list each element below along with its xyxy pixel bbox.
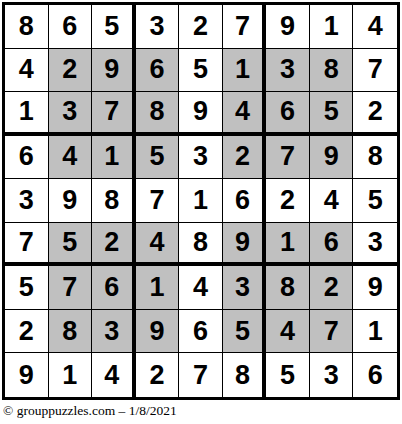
cell-r4c9: 8 (353, 136, 397, 180)
cell-r6c2: 5 (49, 223, 93, 267)
cell-r5c9: 5 (353, 179, 397, 223)
cell-r4c1: 6 (5, 136, 49, 180)
cell-r9c9: 6 (353, 353, 397, 397)
cell-r1c7: 9 (266, 5, 310, 49)
cell-r8c4: 9 (136, 310, 180, 354)
cell-r7c4: 1 (136, 266, 180, 310)
cell-r7c6: 3 (223, 266, 267, 310)
cell-r1c3: 5 (92, 5, 136, 49)
cell-r7c1: 5 (5, 266, 49, 310)
cell-r9c3: 4 (92, 353, 136, 397)
cell-r4c3: 1 (92, 136, 136, 180)
sudoku-page: 8653279144296513871378946526415327983987… (0, 0, 402, 424)
cell-r6c7: 1 (266, 223, 310, 267)
cell-r2c9: 7 (353, 49, 397, 93)
cell-r3c2: 3 (49, 92, 93, 136)
cell-r8c7: 4 (266, 310, 310, 354)
cell-r9c1: 9 (5, 353, 49, 397)
cell-r6c9: 3 (353, 223, 397, 267)
cell-r3c4: 8 (136, 92, 180, 136)
cell-r2c3: 9 (92, 49, 136, 93)
cell-r4c4: 5 (136, 136, 180, 180)
cell-r1c4: 3 (136, 5, 180, 49)
cell-r9c8: 3 (310, 353, 354, 397)
cell-r5c8: 4 (310, 179, 354, 223)
cell-r6c5: 8 (179, 223, 223, 267)
cell-r1c6: 7 (223, 5, 267, 49)
copyright-footer: © grouppuzzles.com – 1/8/2021 (3, 403, 399, 419)
cell-r2c6: 1 (223, 49, 267, 93)
copyright-text: © grouppuzzles.com – 1/8/2021 (3, 403, 177, 418)
cell-r7c9: 9 (353, 266, 397, 310)
cell-r9c5: 7 (179, 353, 223, 397)
cell-r4c8: 9 (310, 136, 354, 180)
cell-r1c1: 8 (5, 5, 49, 49)
cell-r4c5: 3 (179, 136, 223, 180)
cell-r8c2: 8 (49, 310, 93, 354)
cell-r6c3: 2 (92, 223, 136, 267)
cell-r7c3: 6 (92, 266, 136, 310)
cell-r6c1: 7 (5, 223, 49, 267)
cell-r2c5: 5 (179, 49, 223, 93)
cell-r2c2: 2 (49, 49, 93, 93)
cell-r7c5: 4 (179, 266, 223, 310)
cell-r3c6: 4 (223, 92, 267, 136)
cell-r5c3: 8 (92, 179, 136, 223)
cell-r7c8: 2 (310, 266, 354, 310)
cell-r3c8: 5 (310, 92, 354, 136)
cell-r1c9: 4 (353, 5, 397, 49)
cell-r5c2: 9 (49, 179, 93, 223)
cell-r4c6: 2 (223, 136, 267, 180)
cell-r5c5: 1 (179, 179, 223, 223)
cell-r5c6: 6 (223, 179, 267, 223)
cell-r1c8: 1 (310, 5, 354, 49)
cell-r3c9: 2 (353, 92, 397, 136)
cell-r7c7: 8 (266, 266, 310, 310)
cell-r9c7: 5 (266, 353, 310, 397)
cell-r5c4: 7 (136, 179, 180, 223)
cell-r8c5: 6 (179, 310, 223, 354)
cell-r6c8: 6 (310, 223, 354, 267)
cell-r9c4: 2 (136, 353, 180, 397)
cell-r6c6: 9 (223, 223, 267, 267)
cell-r8c3: 3 (92, 310, 136, 354)
cell-r8c9: 1 (353, 310, 397, 354)
cell-r6c4: 4 (136, 223, 180, 267)
cell-r3c3: 7 (92, 92, 136, 136)
cell-r1c2: 6 (49, 5, 93, 49)
cell-r8c1: 2 (5, 310, 49, 354)
cell-r5c1: 3 (5, 179, 49, 223)
cell-r7c2: 7 (49, 266, 93, 310)
cell-r1c5: 2 (179, 5, 223, 49)
cell-r3c1: 1 (5, 92, 49, 136)
sudoku-board: 8653279144296513871378946526415327983987… (2, 2, 400, 400)
cell-r2c1: 4 (5, 49, 49, 93)
cell-r8c6: 5 (223, 310, 267, 354)
cell-r8c8: 7 (310, 310, 354, 354)
cell-r2c8: 8 (310, 49, 354, 93)
cell-r3c7: 6 (266, 92, 310, 136)
cell-r4c2: 4 (49, 136, 93, 180)
cell-r2c7: 3 (266, 49, 310, 93)
cell-r9c2: 1 (49, 353, 93, 397)
cell-r3c5: 9 (179, 92, 223, 136)
cell-r5c7: 2 (266, 179, 310, 223)
cell-r4c7: 7 (266, 136, 310, 180)
cell-r2c4: 6 (136, 49, 180, 93)
cell-r9c6: 8 (223, 353, 267, 397)
